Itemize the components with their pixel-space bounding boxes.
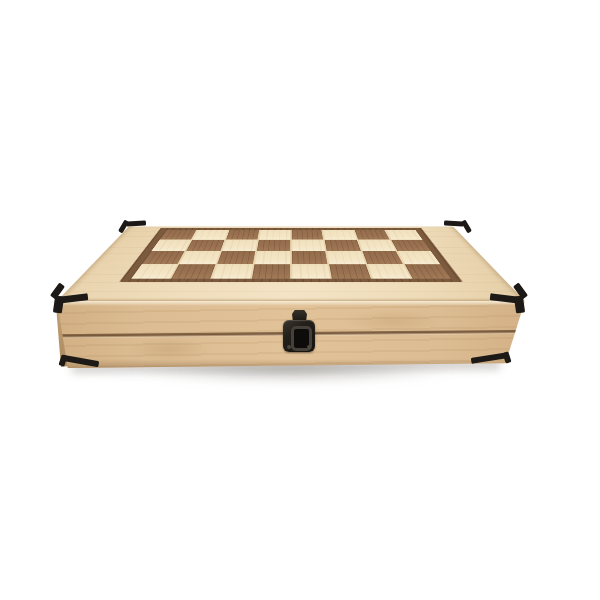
board-square-r3c8 bbox=[397, 251, 440, 263]
board-square-r1c4 bbox=[259, 230, 291, 240]
latch-screw-right bbox=[307, 345, 311, 349]
board-square-r4c6 bbox=[329, 264, 370, 278]
board-square-r1c1 bbox=[160, 230, 197, 240]
box-latch bbox=[283, 310, 315, 352]
board-square-r4c3 bbox=[212, 264, 253, 278]
board-square-r2c1 bbox=[151, 240, 191, 251]
board-square-r3c7 bbox=[362, 251, 402, 263]
board-square-r1c7 bbox=[354, 230, 389, 240]
board-square-r3c2 bbox=[179, 251, 219, 263]
latch-screw-left bbox=[287, 345, 291, 349]
board-walnut-frame bbox=[120, 228, 462, 282]
corner-protector-near-right bbox=[488, 283, 528, 317]
board-square-r1c5 bbox=[292, 230, 324, 240]
latch-body bbox=[283, 320, 315, 352]
box-lid-top-face bbox=[57, 226, 525, 301]
board-square-r4c5 bbox=[292, 264, 330, 278]
board-square-r1c6 bbox=[323, 230, 356, 240]
board-square-r2c3 bbox=[222, 240, 258, 251]
board-square-r4c8 bbox=[404, 264, 450, 278]
corner-protector-far-right bbox=[442, 217, 472, 235]
corner-protector-near-left bbox=[50, 283, 90, 317]
board-square-r3c4 bbox=[254, 251, 290, 263]
board-square-r1c3 bbox=[226, 230, 259, 240]
board-square-r2c2 bbox=[187, 240, 225, 251]
board-square-r4c1 bbox=[131, 264, 177, 278]
board-square-r3c5 bbox=[292, 251, 328, 263]
board-square-r2c6 bbox=[325, 240, 361, 251]
board-square-r1c8 bbox=[385, 230, 422, 240]
corner-protector-bottom-left bbox=[60, 352, 102, 369]
board-square-r3c3 bbox=[217, 251, 255, 263]
board-square-r4c7 bbox=[367, 264, 411, 278]
board-square-r4c2 bbox=[171, 264, 215, 278]
corner-protector-bottom-right bbox=[468, 349, 510, 366]
board-square-r2c7 bbox=[358, 240, 396, 251]
board-square-r1c2 bbox=[193, 230, 228, 240]
product-photo bbox=[0, 0, 600, 600]
lid-edge-highlight bbox=[57, 301, 525, 306]
board-square-r2c5 bbox=[292, 240, 326, 251]
chess-board-grid bbox=[131, 230, 450, 279]
board-square-r2c8 bbox=[391, 240, 431, 251]
board-square-r3c6 bbox=[327, 251, 365, 263]
corner-protector-far-left bbox=[118, 217, 148, 235]
board-square-r3c1 bbox=[142, 251, 185, 263]
board-square-r2c4 bbox=[257, 240, 291, 251]
board-square-r4c4 bbox=[252, 264, 290, 278]
